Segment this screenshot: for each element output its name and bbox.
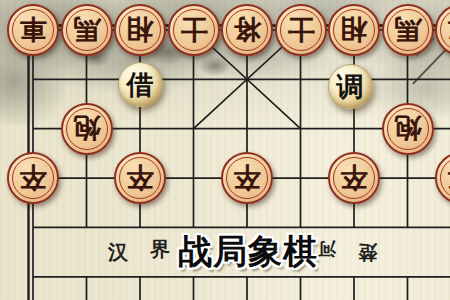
jie-button[interactable]: 借 [118,62,163,107]
piece-general[interactable]: 将 [221,4,273,56]
piece-soldier[interactable]: 卒 [7,152,59,204]
piece-glyph: 卒 [330,154,378,202]
piece-glyph: 馬 [384,6,432,54]
river-text-han: 汉 [108,242,128,262]
piece-cannon[interactable]: 炮 [382,103,434,155]
piece-horse[interactable]: 馬 [61,4,113,56]
piece-glyph: 車 [437,6,450,54]
piece-elephant[interactable]: 相 [328,4,380,56]
piece-glyph: 士 [277,6,325,54]
piece-glyph: 卒 [223,154,271,202]
piece-chariot[interactable]: 車 [435,4,450,56]
piece-cannon[interactable]: 炮 [61,103,113,155]
piece-advisor[interactable]: 士 [168,4,220,56]
button-glyph: 借 [127,71,154,98]
river-text-jie: 界 [150,239,170,259]
river-text-chu-rotated: 楚 [359,243,378,262]
piece-soldier[interactable]: 卒 [435,152,450,204]
piece-glyph: 卒 [116,154,164,202]
piece-glyph: 相 [330,6,378,54]
piece-glyph: 将 [223,6,271,54]
piece-soldier[interactable]: 卒 [114,152,166,204]
piece-glyph: 炮 [384,105,432,153]
piece-horse[interactable]: 馬 [382,4,434,56]
piece-glyph: 卒 [9,154,57,202]
piece-glyph: 馬 [63,6,111,54]
diao-button[interactable]: 调 [328,64,373,109]
piece-glyph: 炮 [63,105,111,153]
river-text-he-rotated: 河 [318,240,336,258]
piece-chariot[interactable]: 車 [7,4,59,56]
piece-soldier[interactable]: 卒 [221,152,273,204]
piece-glyph: 車 [9,6,57,54]
piece-elephant[interactable]: 相 [114,4,166,56]
piece-glyph: 相 [116,6,164,54]
button-glyph: 调 [337,73,364,100]
piece-advisor[interactable]: 士 [275,4,327,56]
piece-soldier[interactable]: 卒 [328,152,380,204]
app-logo: 战局象棋 [178,234,318,268]
piece-glyph: 士 [170,6,218,54]
xiangqi-board-screen: 汉 界 战局象棋 河 楚 車馬相士将士相馬車炮炮卒卒卒卒卒 借调 [0,0,450,300]
piece-glyph: 卒 [437,154,450,202]
